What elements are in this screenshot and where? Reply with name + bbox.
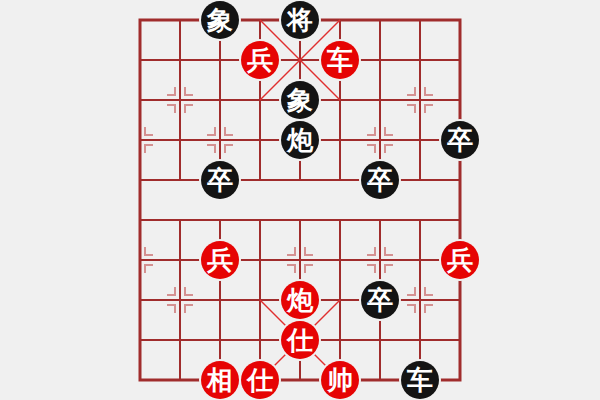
piece-glyph: 象	[207, 7, 233, 33]
piece-red-general[interactable]: 帅	[321, 361, 359, 399]
piece-red-chariot[interactable]: 车	[321, 41, 359, 79]
piece-black-pawn-1[interactable]: 卒	[441, 121, 479, 159]
piece-glyph: 车	[327, 47, 353, 73]
piece-glyph: 卒	[207, 167, 233, 193]
piece-black-cannon[interactable]: 炮	[281, 121, 319, 159]
xiangqi-board[interactable]: 象将兵车象炮卒卒卒兵兵炮卒仕相仕帅车	[0, 0, 600, 400]
piece-red-advisor-2[interactable]: 仕	[241, 361, 279, 399]
piece-black-chariot[interactable]: 车	[401, 361, 439, 399]
piece-glyph: 将	[287, 7, 313, 33]
piece-glyph: 相	[207, 367, 233, 393]
piece-red-advisor-1[interactable]: 仕	[281, 321, 319, 359]
piece-black-general[interactable]: 将	[281, 1, 319, 39]
piece-glyph: 卒	[367, 287, 393, 313]
piece-red-pawn-1[interactable]: 兵	[241, 41, 279, 79]
piece-red-cannon[interactable]: 炮	[281, 281, 319, 319]
piece-glyph: 象	[287, 87, 313, 113]
piece-glyph: 兵	[207, 247, 233, 273]
piece-black-elephant-2[interactable]: 象	[281, 81, 319, 119]
piece-glyph: 炮	[287, 127, 313, 153]
piece-glyph: 兵	[447, 247, 473, 273]
piece-glyph: 卒	[447, 127, 473, 153]
piece-black-elephant-1[interactable]: 象	[201, 1, 239, 39]
piece-glyph: 仕	[247, 367, 273, 393]
piece-red-elephant[interactable]: 相	[201, 361, 239, 399]
piece-glyph: 卒	[367, 167, 393, 193]
piece-glyph: 兵	[247, 47, 273, 73]
piece-red-pawn-3[interactable]: 兵	[441, 241, 479, 279]
piece-black-pawn-3[interactable]: 卒	[361, 161, 399, 199]
piece-layer[interactable]: 象将兵车象炮卒卒卒兵兵炮卒仕相仕帅车	[120, 0, 480, 400]
piece-glyph: 帅	[327, 367, 353, 393]
piece-glyph: 车	[407, 367, 433, 393]
piece-black-pawn-4[interactable]: 卒	[361, 281, 399, 319]
piece-red-pawn-2[interactable]: 兵	[201, 241, 239, 279]
piece-black-pawn-2[interactable]: 卒	[201, 161, 239, 199]
piece-glyph: 仕	[287, 327, 313, 353]
piece-glyph: 炮	[287, 287, 313, 313]
